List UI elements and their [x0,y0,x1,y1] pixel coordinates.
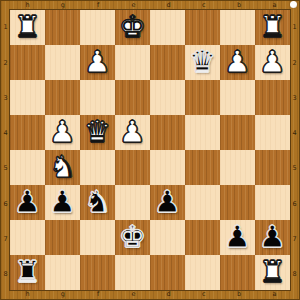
square-a8[interactable]: ♜ [255,255,290,290]
square-f7[interactable] [80,220,115,255]
square-c2[interactable]: ♛ [185,45,220,80]
square-e5[interactable] [115,150,150,185]
square-c7[interactable] [185,220,220,255]
rank-label-6: 6 [290,186,299,221]
white-rook-h1[interactable]: ♜ [10,9,45,44]
square-d3[interactable] [150,80,185,115]
square-g5[interactable]: ♞ [45,150,80,185]
rank-label-8: 8 [290,257,299,292]
black-pawn-d6[interactable]: ♟ [150,184,185,219]
square-d1[interactable] [150,10,185,45]
white-rook-a8[interactable]: ♜ [255,254,290,289]
square-e1[interactable]: ♚ [115,10,150,45]
rank-label-4: 4 [290,116,299,151]
file-label-h: h [10,290,45,299]
file-label-g: g [45,290,80,299]
square-e7[interactable]: ♚ [115,220,150,255]
white-pawn-a2[interactable]: ♟ [255,44,290,79]
file-label-d: d [151,290,186,299]
square-d6[interactable]: ♟ [150,185,185,220]
file-label-b: b [222,290,257,299]
square-c4[interactable] [185,115,220,150]
square-d2[interactable] [150,45,185,80]
black-pawn-b7[interactable]: ♟ [220,219,255,254]
square-a5[interactable] [255,150,290,185]
file-labels-bottom: hgfedcba [10,290,292,299]
square-g4[interactable]: ♟ [45,115,80,150]
square-e4[interactable]: ♟ [115,115,150,150]
white-king-e1[interactable]: ♚ [115,9,150,44]
file-label-a: a [257,290,292,299]
white-pawn-b2[interactable]: ♟ [220,44,255,79]
square-d8[interactable] [150,255,185,290]
white-rook-a1[interactable]: ♜ [255,9,290,44]
black-pawn-a7[interactable]: ♟ [255,219,290,254]
square-f1[interactable] [80,10,115,45]
rank-label-5: 5 [290,151,299,186]
rank-label-2: 2 [290,45,299,80]
square-g7[interactable] [45,220,80,255]
white-pawn-f2[interactable]: ♟ [80,44,115,79]
square-g8[interactable] [45,255,80,290]
square-h7[interactable] [10,220,45,255]
square-g3[interactable] [45,80,80,115]
white-pawn-g4[interactable]: ♟ [45,114,80,149]
white-queen-f4[interactable]: ♛ [80,114,115,149]
square-b5[interactable] [220,150,255,185]
square-c1[interactable] [185,10,220,45]
square-e3[interactable] [115,80,150,115]
square-g1[interactable] [45,10,80,45]
square-a1[interactable]: ♜ [255,10,290,45]
chess-board-frame: hgfedcba hgfedcba 12345678 12345678 ♜♚♜♟… [0,0,300,300]
rank-labels-right: 12345678 [290,10,299,292]
square-c3[interactable] [185,80,220,115]
square-d7[interactable] [150,220,185,255]
square-e2[interactable] [115,45,150,80]
square-a3[interactable] [255,80,290,115]
file-label-f: f [81,290,116,299]
square-b6[interactable] [220,185,255,220]
square-c5[interactable] [185,150,220,185]
square-f5[interactable] [80,150,115,185]
square-h5[interactable] [10,150,45,185]
white-pawn-e4[interactable]: ♟ [115,114,150,149]
square-a6[interactable] [255,185,290,220]
rank-label-3: 3 [290,81,299,116]
square-f3[interactable] [80,80,115,115]
black-king-e7[interactable]: ♚ [115,219,150,254]
square-f6[interactable]: ♞ [80,185,115,220]
square-f8[interactable] [80,255,115,290]
square-e8[interactable] [115,255,150,290]
square-b7[interactable]: ♟ [220,220,255,255]
black-rook-h8[interactable]: ♜ [10,254,45,289]
square-g2[interactable] [45,45,80,80]
square-f2[interactable]: ♟ [80,45,115,80]
square-h3[interactable] [10,80,45,115]
chess-board: ♜♚♜♟♛♟♟♟♛♟♞♟♟♞♟♚♟♟♜♜ [9,9,291,291]
square-b1[interactable] [220,10,255,45]
square-c6[interactable] [185,185,220,220]
square-c8[interactable] [185,255,220,290]
square-a7[interactable]: ♟ [255,220,290,255]
rank-label-7: 7 [290,222,299,257]
black-queen-c2[interactable]: ♛ [185,44,220,79]
white-to-move-indicator [290,1,297,8]
square-h1[interactable]: ♜ [10,10,45,45]
black-pawn-g6[interactable]: ♟ [45,184,80,219]
white-knight-g5[interactable]: ♞ [45,149,80,184]
rank-label-1: 1 [290,10,299,45]
square-d4[interactable] [150,115,185,150]
square-h6[interactable]: ♟ [10,185,45,220]
file-label-e: e [116,290,151,299]
file-label-c: c [186,290,221,299]
square-h8[interactable]: ♜ [10,255,45,290]
square-f4[interactable]: ♛ [80,115,115,150]
square-d5[interactable] [150,150,185,185]
square-b3[interactable] [220,80,255,115]
square-b2[interactable]: ♟ [220,45,255,80]
square-g6[interactable]: ♟ [45,185,80,220]
square-h2[interactable] [10,45,45,80]
square-a2[interactable]: ♟ [255,45,290,80]
square-b4[interactable] [220,115,255,150]
square-a4[interactable] [255,115,290,150]
square-e6[interactable] [115,185,150,220]
square-b8[interactable] [220,255,255,290]
black-knight-f6[interactable]: ♞ [80,184,115,219]
square-h4[interactable] [10,115,45,150]
black-pawn-h6[interactable]: ♟ [10,184,45,219]
